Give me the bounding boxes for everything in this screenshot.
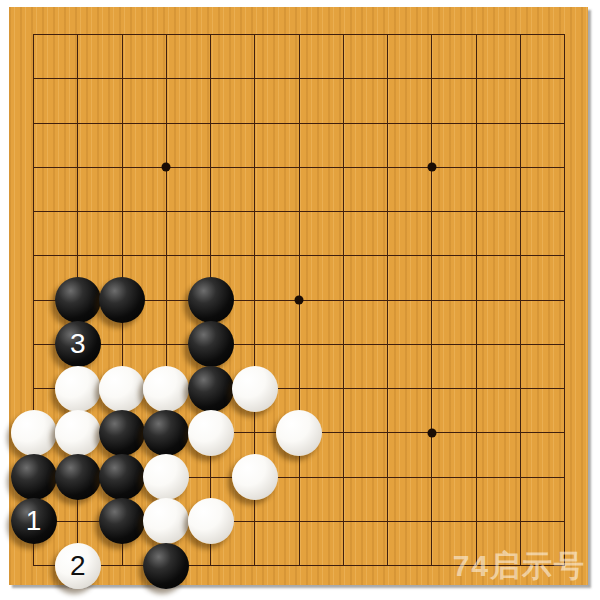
stone-black[interactable] bbox=[99, 277, 145, 323]
stone-white[interactable] bbox=[55, 410, 101, 456]
move-number-label: 3 bbox=[70, 330, 86, 358]
grid-line-vertical bbox=[431, 34, 432, 566]
stone-white[interactable] bbox=[99, 366, 145, 412]
stone-black[interactable] bbox=[99, 498, 145, 544]
stone-black-move-1[interactable]: 1 bbox=[11, 498, 57, 544]
stone-black[interactable] bbox=[55, 454, 101, 500]
go-board[interactable]: 312 bbox=[9, 7, 588, 585]
grid-line-vertical bbox=[564, 34, 565, 566]
star-point bbox=[162, 163, 171, 172]
stone-black[interactable] bbox=[188, 366, 234, 412]
watermark-text: 74启示号 bbox=[453, 546, 586, 587]
stone-white[interactable] bbox=[188, 410, 234, 456]
stone-black[interactable] bbox=[55, 277, 101, 323]
star-point bbox=[427, 428, 436, 437]
stone-black[interactable] bbox=[99, 410, 145, 456]
grid-line-vertical bbox=[520, 34, 521, 566]
stone-white[interactable] bbox=[11, 410, 57, 456]
grid-line-vertical bbox=[476, 34, 477, 566]
stone-black[interactable] bbox=[143, 410, 189, 456]
move-number-label: 2 bbox=[70, 552, 86, 580]
stone-black[interactable] bbox=[188, 277, 234, 323]
stone-white[interactable] bbox=[232, 454, 278, 500]
stone-white-move-2[interactable]: 2 bbox=[55, 543, 101, 589]
stone-white[interactable] bbox=[188, 498, 234, 544]
stone-black[interactable] bbox=[143, 543, 189, 589]
stone-white[interactable] bbox=[143, 366, 189, 412]
stone-white[interactable] bbox=[143, 498, 189, 544]
stone-black[interactable] bbox=[99, 454, 145, 500]
grid-line-vertical bbox=[343, 34, 344, 566]
stone-black[interactable] bbox=[11, 454, 57, 500]
stone-white[interactable] bbox=[276, 410, 322, 456]
stone-black[interactable] bbox=[188, 321, 234, 367]
grid-line-horizontal bbox=[33, 344, 565, 345]
star-point bbox=[427, 163, 436, 172]
grid-line-vertical bbox=[387, 34, 388, 566]
move-number-label: 1 bbox=[26, 507, 42, 535]
stone-white[interactable] bbox=[232, 366, 278, 412]
stone-white[interactable] bbox=[55, 366, 101, 412]
stone-black-move-3[interactable]: 3 bbox=[55, 321, 101, 367]
diagram-frame: 312 74启示号 bbox=[0, 0, 600, 600]
star-point bbox=[295, 296, 304, 305]
stone-white[interactable] bbox=[143, 454, 189, 500]
